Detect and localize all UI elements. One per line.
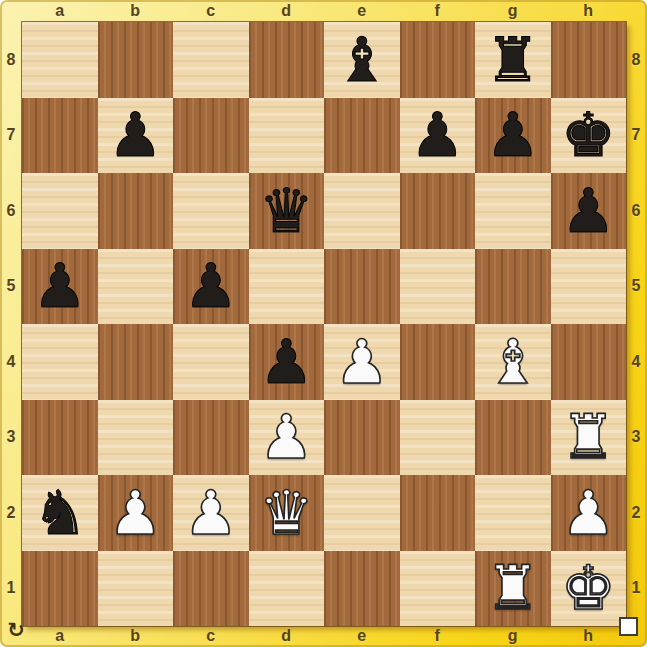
rank-label-left-3: 3 bbox=[0, 400, 22, 476]
square-c7[interactable] bbox=[173, 98, 249, 174]
square-g6[interactable] bbox=[475, 173, 551, 249]
square-d2[interactable]: ♛ bbox=[249, 475, 325, 551]
square-d5[interactable] bbox=[249, 249, 325, 325]
square-b1[interactable] bbox=[98, 551, 174, 627]
square-a5[interactable]: ♟ bbox=[22, 249, 98, 325]
file-label-bottom-c: c bbox=[173, 625, 249, 647]
piece-black-pawn[interactable]: ♟ bbox=[183, 250, 238, 322]
square-b8[interactable] bbox=[98, 22, 174, 98]
square-b6[interactable] bbox=[98, 173, 174, 249]
square-g5[interactable] bbox=[475, 249, 551, 325]
square-g1[interactable]: ♜ bbox=[475, 551, 551, 627]
square-a7[interactable] bbox=[22, 98, 98, 174]
square-c2[interactable]: ♟ bbox=[173, 475, 249, 551]
square-h5[interactable] bbox=[551, 249, 627, 325]
file-label-top-d: d bbox=[249, 0, 325, 22]
piece-white-pawn[interactable]: ♟ bbox=[259, 401, 314, 473]
piece-black-pawn[interactable]: ♟ bbox=[32, 250, 87, 322]
square-b5[interactable] bbox=[98, 249, 174, 325]
file-label-top-a: a bbox=[22, 0, 98, 22]
file-label-bottom-h: h bbox=[551, 625, 627, 647]
file-label-top-e: e bbox=[324, 0, 400, 22]
square-f1[interactable] bbox=[400, 551, 476, 627]
square-b2[interactable]: ♟ bbox=[98, 475, 174, 551]
square-c4[interactable] bbox=[173, 324, 249, 400]
piece-black-king[interactable]: ♚ bbox=[561, 99, 616, 171]
square-b7[interactable]: ♟ bbox=[98, 98, 174, 174]
rank-label-right-5: 5 bbox=[625, 249, 647, 325]
rank-label-right-7: 7 bbox=[625, 98, 647, 174]
rank-label-left-4: 4 bbox=[0, 324, 22, 400]
square-d3[interactable]: ♟ bbox=[249, 400, 325, 476]
piece-white-king[interactable]: ♚ bbox=[561, 552, 616, 624]
square-f3[interactable] bbox=[400, 400, 476, 476]
square-h8[interactable] bbox=[551, 22, 627, 98]
square-c6[interactable] bbox=[173, 173, 249, 249]
square-g7[interactable]: ♟ bbox=[475, 98, 551, 174]
piece-black-rook[interactable]: ♜ bbox=[485, 24, 540, 96]
square-c8[interactable] bbox=[173, 22, 249, 98]
rank-label-right-3: 3 bbox=[625, 400, 647, 476]
square-b4[interactable] bbox=[98, 324, 174, 400]
square-g2[interactable] bbox=[475, 475, 551, 551]
square-f7[interactable]: ♟ bbox=[400, 98, 476, 174]
square-a6[interactable] bbox=[22, 173, 98, 249]
square-f4[interactable] bbox=[400, 324, 476, 400]
square-h7[interactable]: ♚ bbox=[551, 98, 627, 174]
rank-label-right-2: 2 bbox=[625, 475, 647, 551]
rank-label-left-8: 8 bbox=[0, 22, 22, 98]
file-label-top-f: f bbox=[400, 0, 476, 22]
file-label-bottom-a: a bbox=[22, 625, 98, 647]
square-h2[interactable]: ♟ bbox=[551, 475, 627, 551]
square-a8[interactable] bbox=[22, 22, 98, 98]
piece-white-pawn[interactable]: ♟ bbox=[334, 326, 389, 398]
square-d8[interactable] bbox=[249, 22, 325, 98]
square-d6[interactable]: ♛ bbox=[249, 173, 325, 249]
square-e3[interactable] bbox=[324, 400, 400, 476]
rank-label-right-8: 8 bbox=[625, 22, 647, 98]
rank-label-right-1: 1 bbox=[625, 551, 647, 627]
square-b3[interactable] bbox=[98, 400, 174, 476]
file-label-top-g: g bbox=[475, 0, 551, 22]
rank-label-left-2: 2 bbox=[0, 475, 22, 551]
file-label-top-h: h bbox=[551, 0, 627, 22]
square-h1[interactable]: ♚ bbox=[551, 551, 627, 627]
file-label-bottom-b: b bbox=[98, 625, 174, 647]
piece-white-pawn[interactable]: ♟ bbox=[108, 477, 163, 549]
piece-black-knight[interactable]: ♞ bbox=[32, 477, 87, 549]
file-label-bottom-g: g bbox=[475, 625, 551, 647]
square-e6[interactable] bbox=[324, 173, 400, 249]
square-g8[interactable]: ♜ bbox=[475, 22, 551, 98]
square-f6[interactable] bbox=[400, 173, 476, 249]
file-label-bottom-f: f bbox=[400, 625, 476, 647]
piece-black-pawn[interactable]: ♟ bbox=[485, 99, 540, 171]
piece-white-pawn[interactable]: ♟ bbox=[183, 477, 238, 549]
piece-white-rook[interactable]: ♜ bbox=[485, 552, 540, 624]
file-label-top-b: b bbox=[98, 0, 174, 22]
rank-label-left-5: 5 bbox=[0, 249, 22, 325]
piece-white-bishop[interactable]: ♝ bbox=[485, 326, 540, 398]
piece-black-queen[interactable]: ♛ bbox=[259, 175, 314, 247]
square-e1[interactable] bbox=[324, 551, 400, 627]
square-a4[interactable] bbox=[22, 324, 98, 400]
rank-label-left-7: 7 bbox=[0, 98, 22, 174]
square-h6[interactable]: ♟ bbox=[551, 173, 627, 249]
square-h3[interactable]: ♜ bbox=[551, 400, 627, 476]
square-g3[interactable] bbox=[475, 400, 551, 476]
square-e7[interactable] bbox=[324, 98, 400, 174]
board-frame: ♝♜♟♟♟♚♛♟♟♟♟♟♝♟♜♞♟♟♛♟♜♚ ↻ aabbccddeeffggh… bbox=[0, 0, 647, 647]
rank-label-left-6: 6 bbox=[0, 173, 22, 249]
file-label-bottom-d: d bbox=[249, 625, 325, 647]
piece-white-pawn[interactable]: ♟ bbox=[561, 477, 616, 549]
piece-white-queen[interactable]: ♛ bbox=[259, 477, 314, 549]
square-a1[interactable] bbox=[22, 551, 98, 627]
square-f2[interactable] bbox=[400, 475, 476, 551]
square-e5[interactable] bbox=[324, 249, 400, 325]
square-c1[interactable] bbox=[173, 551, 249, 627]
square-h4[interactable] bbox=[551, 324, 627, 400]
piece-black-bishop[interactable]: ♝ bbox=[334, 24, 389, 96]
rank-label-right-4: 4 bbox=[625, 324, 647, 400]
rank-label-right-6: 6 bbox=[625, 173, 647, 249]
file-label-top-c: c bbox=[173, 0, 249, 22]
square-d4[interactable]: ♟ bbox=[249, 324, 325, 400]
chess-board: ♝♜♟♟♟♚♛♟♟♟♟♟♝♟♜♞♟♟♛♟♜♚ bbox=[22, 22, 626, 626]
square-a2[interactable]: ♞ bbox=[22, 475, 98, 551]
piece-black-pawn[interactable]: ♟ bbox=[259, 326, 314, 398]
square-g4[interactable]: ♝ bbox=[475, 324, 551, 400]
square-e2[interactable] bbox=[324, 475, 400, 551]
piece-white-rook[interactable]: ♜ bbox=[561, 401, 616, 473]
square-e8[interactable]: ♝ bbox=[324, 22, 400, 98]
rank-label-left-1: 1 bbox=[0, 551, 22, 627]
piece-black-pawn[interactable]: ♟ bbox=[108, 99, 163, 171]
square-d7[interactable] bbox=[249, 98, 325, 174]
square-f5[interactable] bbox=[400, 249, 476, 325]
square-e4[interactable]: ♟ bbox=[324, 324, 400, 400]
piece-black-pawn[interactable]: ♟ bbox=[410, 99, 465, 171]
file-label-bottom-e: e bbox=[324, 625, 400, 647]
square-a3[interactable] bbox=[22, 400, 98, 476]
piece-black-pawn[interactable]: ♟ bbox=[561, 175, 616, 247]
square-c5[interactable]: ♟ bbox=[173, 249, 249, 325]
square-c3[interactable] bbox=[173, 400, 249, 476]
square-d1[interactable] bbox=[249, 551, 325, 627]
square-f8[interactable] bbox=[400, 22, 476, 98]
